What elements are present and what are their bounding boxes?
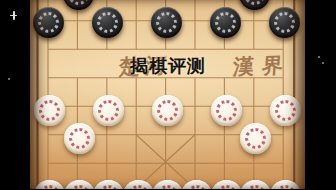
red-hidden-piece[interactable] bbox=[152, 180, 183, 189]
board-point[interactable] bbox=[239, 35, 268, 64]
piece-back-ring-ornament bbox=[245, 185, 266, 189]
board-point[interactable] bbox=[92, 7, 121, 36]
board-point[interactable] bbox=[121, 121, 150, 150]
piece-back-ring-ornament bbox=[215, 12, 236, 33]
board-point[interactable] bbox=[92, 178, 121, 190]
red-hidden-piece[interactable] bbox=[34, 180, 65, 189]
board-point[interactable] bbox=[268, 121, 297, 150]
board-point[interactable] bbox=[92, 92, 121, 121]
piece-back-ring-ornament bbox=[186, 185, 207, 189]
board-point[interactable] bbox=[33, 7, 62, 36]
board-point[interactable] bbox=[210, 7, 239, 36]
board-point[interactable] bbox=[180, 178, 209, 190]
board-point[interactable] bbox=[121, 7, 150, 36]
sparkle-star bbox=[9, 11, 18, 20]
piece-back-ring-ornament bbox=[244, 0, 265, 5]
board-point[interactable] bbox=[239, 7, 268, 36]
board-point[interactable] bbox=[92, 64, 121, 93]
board-point[interactable] bbox=[268, 178, 297, 190]
board-point[interactable] bbox=[92, 121, 121, 150]
board-point[interactable] bbox=[210, 35, 239, 64]
black-hidden-piece[interactable] bbox=[151, 7, 182, 38]
piece-back-ring-ornament bbox=[128, 185, 149, 189]
board-point[interactable] bbox=[92, 149, 121, 178]
board-point[interactable] bbox=[151, 121, 180, 150]
piece-back-ring-ornament bbox=[245, 128, 266, 149]
board-point[interactable] bbox=[151, 7, 180, 36]
board-point[interactable] bbox=[239, 149, 268, 178]
piece-back-ring-ornament bbox=[275, 100, 296, 121]
piece-back-ring-ornament bbox=[38, 12, 59, 33]
red-hidden-piece[interactable] bbox=[181, 180, 212, 189]
board-point[interactable] bbox=[63, 149, 92, 178]
board-point[interactable] bbox=[121, 178, 150, 190]
piece-back-ring-ornament bbox=[216, 185, 237, 189]
board-point[interactable] bbox=[180, 149, 209, 178]
piece-back-ring-ornament bbox=[157, 185, 178, 189]
board-point[interactable] bbox=[268, 92, 297, 121]
board-point[interactable] bbox=[151, 149, 180, 178]
black-hidden-piece[interactable] bbox=[269, 7, 300, 38]
piece-back-ring-ornament bbox=[68, 0, 89, 5]
board-point[interactable] bbox=[210, 121, 239, 150]
video-caption: 揭棋评测 bbox=[130, 57, 206, 75]
board-point[interactable] bbox=[33, 178, 62, 190]
black-hidden-piece[interactable] bbox=[92, 7, 123, 38]
piece-back-ring-ornament bbox=[97, 12, 118, 33]
red-hidden-piece[interactable] bbox=[240, 180, 271, 189]
piece-back-ring-ornament bbox=[39, 185, 60, 189]
board-point[interactable] bbox=[33, 35, 62, 64]
board-point[interactable] bbox=[63, 92, 92, 121]
board-point[interactable] bbox=[121, 149, 150, 178]
red-hidden-piece[interactable] bbox=[270, 180, 301, 189]
board-point[interactable] bbox=[33, 64, 62, 93]
board-point[interactable] bbox=[63, 7, 92, 36]
board-point[interactable] bbox=[33, 92, 62, 121]
piece-back-ring-ornament bbox=[274, 12, 295, 33]
red-hidden-piece[interactable] bbox=[211, 180, 242, 189]
board-point[interactable] bbox=[239, 121, 268, 150]
board-point[interactable] bbox=[268, 35, 297, 64]
board-point[interactable] bbox=[151, 92, 180, 121]
board-point[interactable] bbox=[239, 64, 268, 93]
board-point[interactable] bbox=[151, 178, 180, 190]
piece-back-ring-ornament bbox=[39, 100, 60, 121]
piece-back-ring-ornament bbox=[69, 185, 90, 189]
piece-back-ring-ornament bbox=[156, 12, 177, 33]
board-point[interactable] bbox=[33, 149, 62, 178]
board-point[interactable] bbox=[239, 178, 268, 190]
board-point[interactable] bbox=[210, 64, 239, 93]
board-point[interactable] bbox=[268, 64, 297, 93]
sparkle-dot bbox=[322, 62, 324, 64]
board-point[interactable] bbox=[210, 178, 239, 190]
board-point[interactable] bbox=[239, 92, 268, 121]
board-point[interactable] bbox=[210, 92, 239, 121]
piece-back-ring-ornament bbox=[98, 185, 119, 189]
sparkle-dot bbox=[8, 78, 10, 80]
video-frame: 楚河 漢界 揭棋评测 bbox=[0, 0, 336, 189]
board-point[interactable] bbox=[180, 92, 209, 121]
board-point[interactable] bbox=[63, 35, 92, 64]
board-point[interactable] bbox=[33, 121, 62, 150]
black-hidden-piece[interactable] bbox=[33, 7, 64, 38]
piece-back-ring-ornament bbox=[157, 100, 178, 121]
piece-back-ring-ornament bbox=[216, 100, 237, 121]
board-point[interactable] bbox=[63, 64, 92, 93]
red-hidden-piece[interactable] bbox=[123, 180, 154, 189]
board-point[interactable] bbox=[180, 121, 209, 150]
board-point[interactable] bbox=[92, 35, 121, 64]
board-point[interactable] bbox=[63, 121, 92, 150]
red-hidden-piece[interactable] bbox=[64, 180, 95, 189]
sparkle-dot bbox=[318, 56, 320, 58]
board-point[interactable] bbox=[63, 178, 92, 190]
red-hidden-piece[interactable] bbox=[93, 180, 124, 189]
piece-back-ring-ornament bbox=[69, 128, 90, 149]
piece-back-ring-ornament bbox=[98, 100, 119, 121]
board-point[interactable] bbox=[121, 92, 150, 121]
piece-back-ring-ornament bbox=[275, 185, 296, 189]
board-point[interactable] bbox=[210, 149, 239, 178]
board-point[interactable] bbox=[268, 7, 297, 36]
board-point[interactable] bbox=[268, 149, 297, 178]
board-grid bbox=[33, 0, 298, 189]
black-hidden-piece[interactable] bbox=[210, 7, 241, 38]
board-point[interactable] bbox=[180, 7, 209, 36]
xiangqi-board: 楚河 漢界 bbox=[30, 0, 305, 189]
